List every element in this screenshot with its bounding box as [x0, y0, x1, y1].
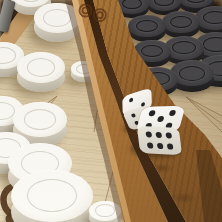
- white-die-2[interactable]: [138, 105, 182, 155]
- die-pip: [169, 110, 177, 116]
- die-pip: [131, 113, 137, 118]
- bar-hinge: [0, 0, 16, 33]
- die-pip: [166, 143, 173, 149]
- die-pip: [155, 132, 162, 138]
- die-front-face: [137, 126, 182, 155]
- die-pip: [165, 132, 172, 138]
- die-pip: [157, 143, 164, 149]
- die-pip: [146, 131, 153, 137]
- die-pip: [147, 142, 154, 148]
- center-bar: [0, 0, 222, 222]
- die-pip: [129, 97, 133, 102]
- backgammon-board-photo: [0, 0, 222, 222]
- die-pip: [148, 110, 156, 116]
- die-pip: [157, 116, 165, 122]
